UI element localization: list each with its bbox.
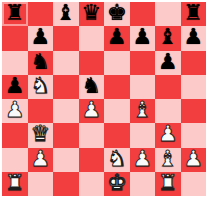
square-c2[interactable] — [53, 148, 79, 172]
square-d6[interactable] — [79, 51, 105, 75]
square-h7[interactable]: ♟ — [181, 26, 207, 50]
square-h2[interactable]: ♟ — [181, 148, 207, 172]
square-b6[interactable]: ♞ — [28, 51, 54, 75]
square-h3[interactable] — [181, 123, 207, 147]
square-h5[interactable] — [181, 75, 207, 99]
square-e4[interactable] — [104, 99, 130, 123]
square-h6[interactable] — [181, 51, 207, 75]
piece-black-pawn[interactable]: ♟ — [30, 26, 50, 48]
piece-black-pawn[interactable]: ♟ — [183, 26, 203, 48]
piece-white-bishop[interactable]: ♝ — [132, 99, 152, 121]
square-b3[interactable]: ♛ — [28, 123, 54, 147]
square-a7[interactable] — [2, 26, 28, 50]
piece-white-pawn[interactable]: ♟ — [158, 123, 178, 145]
square-d4[interactable]: ♟ — [79, 99, 105, 123]
square-f6[interactable] — [130, 51, 156, 75]
square-b2[interactable]: ♟ — [28, 148, 54, 172]
piece-black-king[interactable]: ♚ — [107, 2, 127, 24]
square-g2[interactable]: ♝ — [155, 148, 181, 172]
square-h4[interactable] — [181, 99, 207, 123]
piece-black-rook[interactable]: ♜ — [5, 2, 25, 24]
square-e1[interactable]: ♚ — [104, 172, 130, 196]
square-g6[interactable]: ♟ — [155, 51, 181, 75]
square-f1[interactable] — [130, 172, 156, 196]
piece-white-knight[interactable]: ♞ — [107, 148, 127, 170]
square-e8[interactable]: ♚ — [104, 2, 130, 26]
square-c6[interactable] — [53, 51, 79, 75]
piece-black-pawn[interactable]: ♟ — [107, 26, 127, 48]
piece-black-pawn[interactable]: ♟ — [132, 26, 152, 48]
square-b7[interactable]: ♟ — [28, 26, 54, 50]
piece-black-queen[interactable]: ♛ — [81, 2, 101, 24]
piece-black-pawn[interactable]: ♟ — [158, 51, 178, 73]
piece-white-pawn[interactable]: ♟ — [132, 148, 152, 170]
board-frame: ♜♝♛♚♜♟♟♟♝♟♞♟♟♞♞♟♟♝♛♟♟♞♟♝♟♜♚♜ — [0, 0, 212, 200]
piece-white-pawn[interactable]: ♟ — [81, 99, 101, 121]
square-f7[interactable]: ♟ — [130, 26, 156, 50]
square-c8[interactable]: ♝ — [53, 2, 79, 26]
piece-white-pawn[interactable]: ♟ — [5, 99, 25, 121]
square-a5[interactable]: ♟ — [2, 75, 28, 99]
square-e3[interactable] — [104, 123, 130, 147]
piece-white-rook[interactable]: ♜ — [158, 172, 178, 194]
piece-white-rook[interactable]: ♜ — [5, 172, 25, 194]
square-e5[interactable] — [104, 75, 130, 99]
piece-black-knight[interactable]: ♞ — [81, 75, 101, 97]
piece-black-pawn[interactable]: ♟ — [5, 75, 25, 97]
square-a3[interactable] — [2, 123, 28, 147]
square-d2[interactable] — [79, 148, 105, 172]
square-d7[interactable] — [79, 26, 105, 50]
square-g3[interactable]: ♟ — [155, 123, 181, 147]
square-c4[interactable] — [53, 99, 79, 123]
square-f5[interactable] — [130, 75, 156, 99]
piece-black-bishop[interactable]: ♝ — [56, 2, 76, 24]
piece-black-bishop[interactable]: ♝ — [158, 26, 178, 48]
square-b8[interactable] — [28, 2, 54, 26]
square-e6[interactable] — [104, 51, 130, 75]
chess-board: ♜♝♛♚♜♟♟♟♝♟♞♟♟♞♞♟♟♝♛♟♟♞♟♝♟♜♚♜ — [2, 2, 206, 196]
square-h1[interactable] — [181, 172, 207, 196]
square-g5[interactable] — [155, 75, 181, 99]
piece-black-knight[interactable]: ♞ — [30, 51, 50, 73]
square-e7[interactable]: ♟ — [104, 26, 130, 50]
square-b5[interactable]: ♞ — [28, 75, 54, 99]
piece-white-bishop[interactable]: ♝ — [158, 148, 178, 170]
square-c3[interactable] — [53, 123, 79, 147]
square-f4[interactable]: ♝ — [130, 99, 156, 123]
square-c1[interactable] — [53, 172, 79, 196]
piece-white-pawn[interactable]: ♟ — [30, 148, 50, 170]
square-c7[interactable] — [53, 26, 79, 50]
piece-white-knight[interactable]: ♞ — [30, 75, 50, 97]
square-g4[interactable] — [155, 99, 181, 123]
square-e2[interactable]: ♞ — [104, 148, 130, 172]
square-a2[interactable] — [2, 148, 28, 172]
square-f2[interactable]: ♟ — [130, 148, 156, 172]
square-a6[interactable] — [2, 51, 28, 75]
square-f3[interactable] — [130, 123, 156, 147]
square-d8[interactable]: ♛ — [79, 2, 105, 26]
square-g1[interactable]: ♜ — [155, 172, 181, 196]
square-a1[interactable]: ♜ — [2, 172, 28, 196]
piece-white-queen[interactable]: ♛ — [30, 123, 50, 145]
square-f8[interactable] — [130, 2, 156, 26]
square-b4[interactable] — [28, 99, 54, 123]
piece-white-king[interactable]: ♚ — [107, 172, 127, 194]
square-b1[interactable] — [28, 172, 54, 196]
square-a8[interactable]: ♜ — [2, 2, 28, 26]
square-d3[interactable] — [79, 123, 105, 147]
square-d5[interactable]: ♞ — [79, 75, 105, 99]
square-g7[interactable]: ♝ — [155, 26, 181, 50]
piece-black-rook[interactable]: ♜ — [183, 2, 203, 24]
square-h8[interactable]: ♜ — [181, 2, 207, 26]
square-d1[interactable] — [79, 172, 105, 196]
square-c5[interactable] — [53, 75, 79, 99]
piece-white-pawn[interactable]: ♟ — [183, 148, 203, 170]
square-g8[interactable] — [155, 2, 181, 26]
square-a4[interactable]: ♟ — [2, 99, 28, 123]
